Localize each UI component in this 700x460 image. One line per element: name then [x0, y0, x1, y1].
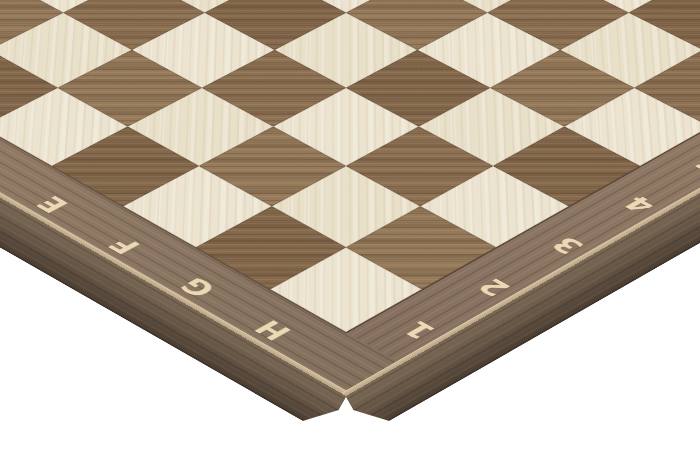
chessboard: ABCDEFGH12345678: [0, 0, 700, 396]
chessboard-photo: ABCDEFGH12345678: [0, 0, 700, 460]
